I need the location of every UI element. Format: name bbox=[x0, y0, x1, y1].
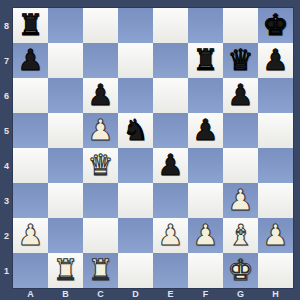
square-b7[interactable] bbox=[48, 43, 83, 78]
square-d8[interactable] bbox=[118, 8, 153, 43]
square-a1[interactable] bbox=[13, 253, 48, 288]
black-pawn-h7[interactable]: ♟ bbox=[263, 43, 289, 78]
square-c3[interactable] bbox=[83, 183, 118, 218]
square-d5[interactable]: ♞ bbox=[118, 113, 153, 148]
square-f4[interactable] bbox=[188, 148, 223, 183]
square-g2[interactable]: ♝ bbox=[223, 218, 258, 253]
black-rook-a8[interactable]: ♜ bbox=[18, 8, 44, 43]
square-e4[interactable]: ♟ bbox=[153, 148, 188, 183]
black-king-h8[interactable]: ♚ bbox=[263, 8, 289, 43]
square-e3[interactable] bbox=[153, 183, 188, 218]
square-d3[interactable] bbox=[118, 183, 153, 218]
square-b8[interactable] bbox=[48, 8, 83, 43]
square-c6[interactable]: ♟ bbox=[83, 78, 118, 113]
square-e5[interactable] bbox=[153, 113, 188, 148]
square-a2[interactable]: ♟ bbox=[13, 218, 48, 253]
black-pawn-f5[interactable]: ♟ bbox=[193, 113, 219, 148]
square-f8[interactable] bbox=[188, 8, 223, 43]
file-label-a: A bbox=[13, 288, 48, 300]
square-b5[interactable] bbox=[48, 113, 83, 148]
white-pawn-f2[interactable]: ♟ bbox=[193, 218, 219, 253]
black-knight-d5[interactable]: ♞ bbox=[123, 113, 149, 148]
square-c8[interactable] bbox=[83, 8, 118, 43]
square-f1[interactable] bbox=[188, 253, 223, 288]
file-label-b: B bbox=[48, 288, 83, 300]
square-e2[interactable]: ♟ bbox=[153, 218, 188, 253]
file-label-f: F bbox=[188, 288, 223, 300]
square-h5[interactable] bbox=[258, 113, 293, 148]
black-pawn-e4[interactable]: ♟ bbox=[158, 148, 184, 183]
square-b3[interactable] bbox=[48, 183, 83, 218]
black-pawn-c6[interactable]: ♟ bbox=[88, 78, 114, 113]
square-f2[interactable]: ♟ bbox=[188, 218, 223, 253]
square-c1[interactable]: ♜ bbox=[83, 253, 118, 288]
white-pawn-a2[interactable]: ♟ bbox=[18, 218, 44, 253]
rank-labels: 87654321 bbox=[0, 8, 13, 288]
white-queen-c4[interactable]: ♛ bbox=[88, 148, 114, 183]
rank-label-1: 1 bbox=[0, 253, 13, 288]
square-f6[interactable] bbox=[188, 78, 223, 113]
square-e1[interactable] bbox=[153, 253, 188, 288]
square-c5[interactable]: ♟ bbox=[83, 113, 118, 148]
rank-label-2: 2 bbox=[0, 218, 13, 253]
white-rook-b1[interactable]: ♜ bbox=[53, 253, 79, 288]
square-b4[interactable] bbox=[48, 148, 83, 183]
square-h7[interactable]: ♟ bbox=[258, 43, 293, 78]
square-c4[interactable]: ♛ bbox=[83, 148, 118, 183]
square-f7[interactable]: ♜ bbox=[188, 43, 223, 78]
square-c7[interactable] bbox=[83, 43, 118, 78]
square-g7[interactable]: ♛ bbox=[223, 43, 258, 78]
black-pawn-a7[interactable]: ♟ bbox=[18, 43, 44, 78]
square-a7[interactable]: ♟ bbox=[13, 43, 48, 78]
square-g3[interactable]: ♟ bbox=[223, 183, 258, 218]
square-g6[interactable]: ♟ bbox=[223, 78, 258, 113]
square-a3[interactable] bbox=[13, 183, 48, 218]
black-queen-g7[interactable]: ♛ bbox=[228, 43, 254, 78]
file-label-g: G bbox=[223, 288, 258, 300]
square-g8[interactable] bbox=[223, 8, 258, 43]
square-h1[interactable] bbox=[258, 253, 293, 288]
square-f3[interactable] bbox=[188, 183, 223, 218]
chess-board[interactable]: ♜♚♟♜♛♟♟♟♟♞♟♛♟♟♟♟♟♝♟♜♜♚ bbox=[13, 8, 293, 288]
square-b6[interactable] bbox=[48, 78, 83, 113]
black-rook-f7[interactable]: ♜ bbox=[193, 43, 219, 78]
rank-label-3: 3 bbox=[0, 183, 13, 218]
square-d6[interactable] bbox=[118, 78, 153, 113]
square-d2[interactable] bbox=[118, 218, 153, 253]
square-a5[interactable] bbox=[13, 113, 48, 148]
square-a8[interactable]: ♜ bbox=[13, 8, 48, 43]
square-a6[interactable] bbox=[13, 78, 48, 113]
square-h4[interactable] bbox=[258, 148, 293, 183]
square-d7[interactable] bbox=[118, 43, 153, 78]
black-pawn-g6[interactable]: ♟ bbox=[228, 78, 254, 113]
white-pawn-g3[interactable]: ♟ bbox=[228, 183, 254, 218]
rank-label-7: 7 bbox=[0, 43, 13, 78]
square-d4[interactable] bbox=[118, 148, 153, 183]
chess-board-diagram: 87654321 ♜♚♟♜♛♟♟♟♟♞♟♛♟♟♟♟♟♝♟♜♜♚ ABCDEFGH bbox=[0, 0, 300, 300]
square-a4[interactable] bbox=[13, 148, 48, 183]
file-label-h: H bbox=[258, 288, 293, 300]
square-g5[interactable] bbox=[223, 113, 258, 148]
file-label-e: E bbox=[153, 288, 188, 300]
file-label-d: D bbox=[118, 288, 153, 300]
square-g4[interactable] bbox=[223, 148, 258, 183]
square-h2[interactable]: ♟ bbox=[258, 218, 293, 253]
square-e6[interactable] bbox=[153, 78, 188, 113]
file-label-c: C bbox=[83, 288, 118, 300]
white-bishop-g2[interactable]: ♝ bbox=[228, 218, 254, 253]
rank-label-6: 6 bbox=[0, 78, 13, 113]
rank-label-5: 5 bbox=[0, 113, 13, 148]
white-king-g1[interactable]: ♚ bbox=[228, 253, 254, 288]
square-f5[interactable]: ♟ bbox=[188, 113, 223, 148]
square-e8[interactable] bbox=[153, 8, 188, 43]
white-pawn-h2[interactable]: ♟ bbox=[263, 218, 289, 253]
white-pawn-c5[interactable]: ♟ bbox=[88, 113, 114, 148]
square-h3[interactable] bbox=[258, 183, 293, 218]
square-e7[interactable] bbox=[153, 43, 188, 78]
square-b2[interactable] bbox=[48, 218, 83, 253]
rank-label-8: 8 bbox=[0, 8, 13, 43]
square-g1[interactable]: ♚ bbox=[223, 253, 258, 288]
white-rook-c1[interactable]: ♜ bbox=[88, 253, 114, 288]
rank-label-4: 4 bbox=[0, 148, 13, 183]
square-c2[interactable] bbox=[83, 218, 118, 253]
white-pawn-e2[interactable]: ♟ bbox=[158, 218, 184, 253]
file-labels: ABCDEFGH bbox=[13, 288, 293, 300]
square-d1[interactable] bbox=[118, 253, 153, 288]
square-h6[interactable] bbox=[258, 78, 293, 113]
square-b1[interactable]: ♜ bbox=[48, 253, 83, 288]
square-h8[interactable]: ♚ bbox=[258, 8, 293, 43]
